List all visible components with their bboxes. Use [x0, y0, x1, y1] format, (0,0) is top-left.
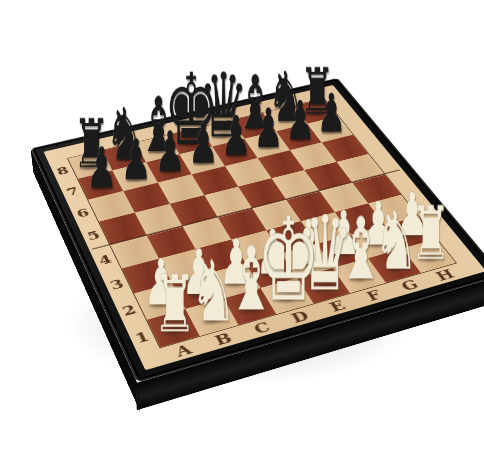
chess-set-photo: ♜♞♝♚♛♝♞♜♟♟♟♟♟♟♟♟♟♟♟♟♟♟♟♟♜♞♝♚♛♝♞♜ ABCDEFG… [0, 0, 484, 465]
black-pawn-icon: ♟ [120, 132, 151, 188]
white-rook-icon: ♜ [153, 266, 197, 344]
black-pawn-icon: ♟ [253, 101, 283, 155]
black-pawn-icon: ♟ [221, 109, 252, 164]
black-pawn-icon: ♟ [188, 116, 219, 171]
white-knight-icon: ♞ [190, 250, 237, 334]
black-pawn-icon: ♟ [86, 140, 118, 197]
black-pawn-icon: ♟ [154, 124, 185, 180]
black-pawn-icon: ♟ [316, 87, 346, 141]
black-pawn-icon: ♟ [285, 94, 315, 148]
